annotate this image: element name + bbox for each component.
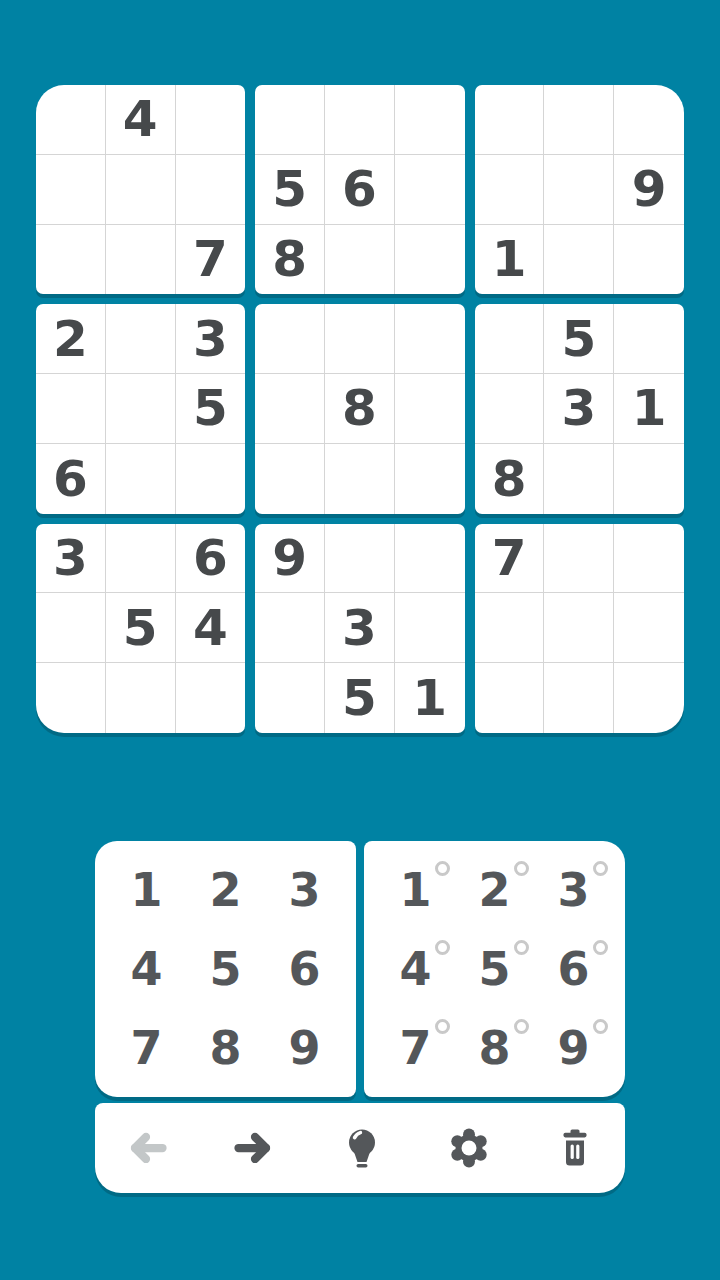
numpad-normal: 123456789: [95, 841, 356, 1097]
cell-r2c3[interactable]: [176, 155, 246, 225]
redo-button[interactable]: [230, 1126, 280, 1170]
cell-r6c4[interactable]: [255, 444, 325, 514]
cell-r4c5[interactable]: [325, 304, 395, 374]
box-2-1: 2356: [36, 304, 245, 513]
cell-r8c2[interactable]: 5: [106, 593, 176, 663]
numpad-4-button[interactable]: 4: [107, 930, 186, 1009]
cell-r6c3[interactable]: [176, 444, 246, 514]
arrow-left-icon: [121, 1126, 171, 1170]
cell-r5c6[interactable]: [395, 374, 465, 444]
cell-r4c1[interactable]: 2: [36, 304, 106, 374]
cell-r5c4[interactable]: [255, 374, 325, 444]
note-ring-icon: [435, 940, 450, 955]
cell-r2c4[interactable]: 5: [255, 155, 325, 225]
cell-r2c1[interactable]: [36, 155, 106, 225]
box-3-2: 9351: [255, 524, 464, 733]
cell-r9c6[interactable]: 1: [395, 663, 465, 733]
box-3-1: 3654: [36, 524, 245, 733]
cell-r3c2[interactable]: [106, 225, 176, 295]
cell-r8c7[interactable]: [475, 593, 545, 663]
numpad-6-button[interactable]: 6: [265, 930, 344, 1009]
cell-r9c9[interactable]: [614, 663, 684, 733]
box-2-3: 5318: [475, 304, 684, 513]
notepad-4-button[interactable]: 4: [376, 930, 455, 1009]
cell-r1c6[interactable]: [395, 85, 465, 155]
cell-r4c9[interactable]: [614, 304, 684, 374]
cell-r5c2[interactable]: [106, 374, 176, 444]
cell-r9c8[interactable]: [544, 663, 614, 733]
cell-r6c6[interactable]: [395, 444, 465, 514]
cell-r3c5[interactable]: [325, 225, 395, 295]
cell-r3c6[interactable]: [395, 225, 465, 295]
cell-r5c7[interactable]: [475, 374, 545, 444]
numpad-1-button[interactable]: 1: [107, 851, 186, 930]
toolbar: [95, 1103, 625, 1193]
cell-r1c2[interactable]: 4: [106, 85, 176, 155]
numpad-5-button[interactable]: 5: [186, 930, 265, 1009]
cell-r4c8[interactable]: 5: [544, 304, 614, 374]
cell-r2c9[interactable]: 9: [614, 155, 684, 225]
box-1-3: 91: [475, 85, 684, 294]
notepad-7-button[interactable]: 7: [376, 1008, 455, 1087]
lightbulb-icon: [338, 1124, 386, 1172]
numpad-9-button[interactable]: 9: [265, 1008, 344, 1087]
box-1-1: 47: [36, 85, 245, 294]
undo-button[interactable]: [121, 1126, 171, 1170]
cell-r3c4[interactable]: 8: [255, 225, 325, 295]
cell-r6c5[interactable]: [325, 444, 395, 514]
cell-r2c6[interactable]: [395, 155, 465, 225]
cell-r1c7[interactable]: [475, 85, 545, 155]
delete-button[interactable]: [551, 1124, 599, 1172]
cell-r3c1[interactable]: [36, 225, 106, 295]
note-ring-icon: [514, 1019, 529, 1034]
notepad-6-button[interactable]: 6: [534, 930, 613, 1009]
cell-r4c6[interactable]: [395, 304, 465, 374]
note-ring-icon: [593, 1019, 608, 1034]
note-ring-icon: [514, 861, 529, 876]
cell-r7c6[interactable]: [395, 524, 465, 594]
cell-r9c5[interactable]: 5: [325, 663, 395, 733]
cell-r7c5[interactable]: [325, 524, 395, 594]
cell-r8c8[interactable]: [544, 593, 614, 663]
notepad-5-button[interactable]: 5: [455, 930, 534, 1009]
cell-r8c5[interactable]: 3: [325, 593, 395, 663]
cell-r8c1[interactable]: [36, 593, 106, 663]
cell-r7c4[interactable]: 9: [255, 524, 325, 594]
cell-r9c1[interactable]: [36, 663, 106, 733]
cell-r7c9[interactable]: [614, 524, 684, 594]
cell-r5c5[interactable]: 8: [325, 374, 395, 444]
notepad-3-button[interactable]: 3: [534, 851, 613, 930]
gear-icon: [445, 1124, 493, 1172]
cell-r8c3[interactable]: 4: [176, 593, 246, 663]
cell-r5c8[interactable]: 3: [544, 374, 614, 444]
note-ring-icon: [435, 861, 450, 876]
cell-r6c2[interactable]: [106, 444, 176, 514]
box-3-3: 7: [475, 524, 684, 733]
cell-r8c6[interactable]: [395, 593, 465, 663]
sudoku-board: 4756891235685318365493517: [36, 85, 684, 733]
box-2-2: 8: [255, 304, 464, 513]
cell-r9c7[interactable]: [475, 663, 545, 733]
settings-button[interactable]: [445, 1124, 493, 1172]
cell-r1c1[interactable]: [36, 85, 106, 155]
cell-r2c8[interactable]: [544, 155, 614, 225]
numpad-8-button[interactable]: 8: [186, 1008, 265, 1087]
cell-r7c3[interactable]: 6: [176, 524, 246, 594]
cell-r7c1[interactable]: 3: [36, 524, 106, 594]
cell-r1c8[interactable]: [544, 85, 614, 155]
number-pads: 123456789 123456789: [95, 841, 625, 1097]
cell-r8c9[interactable]: [614, 593, 684, 663]
notepad-8-button[interactable]: 8: [455, 1008, 534, 1087]
cell-r1c9[interactable]: [614, 85, 684, 155]
notepad-2-button[interactable]: 2: [455, 851, 534, 930]
hint-button[interactable]: [338, 1124, 386, 1172]
numpad-notes: 123456789: [364, 841, 625, 1097]
cell-r5c3[interactable]: 5: [176, 374, 246, 444]
cell-r2c5[interactable]: 6: [325, 155, 395, 225]
note-ring-icon: [435, 1019, 450, 1034]
cell-r3c3[interactable]: 7: [176, 225, 246, 295]
cell-r6c9[interactable]: [614, 444, 684, 514]
cell-r9c3[interactable]: [176, 663, 246, 733]
cell-r9c2[interactable]: [106, 663, 176, 733]
cell-r2c2[interactable]: [106, 155, 176, 225]
cell-r7c2[interactable]: [106, 524, 176, 594]
numpad-2-button[interactable]: 2: [186, 851, 265, 930]
notepad-9-button[interactable]: 9: [534, 1008, 613, 1087]
cell-r6c1[interactable]: 6: [36, 444, 106, 514]
cell-r4c2[interactable]: [106, 304, 176, 374]
cell-r8c4[interactable]: [255, 593, 325, 663]
cell-r5c9[interactable]: 1: [614, 374, 684, 444]
numpad-3-button[interactable]: 3: [265, 851, 344, 930]
notepad-1-button[interactable]: 1: [376, 851, 455, 930]
cell-r3c7[interactable]: 1: [475, 225, 545, 295]
cell-r3c9[interactable]: [614, 225, 684, 295]
cell-r4c3[interactable]: 3: [176, 304, 246, 374]
cell-r7c8[interactable]: [544, 524, 614, 594]
cell-r1c4[interactable]: [255, 85, 325, 155]
note-ring-icon: [593, 940, 608, 955]
cell-r7c7[interactable]: 7: [475, 524, 545, 594]
cell-r2c7[interactable]: [475, 155, 545, 225]
box-1-2: 568: [255, 85, 464, 294]
cell-r6c8[interactable]: [544, 444, 614, 514]
cell-r1c5[interactable]: [325, 85, 395, 155]
numpad-7-button[interactable]: 7: [107, 1008, 186, 1087]
cell-r3c8[interactable]: [544, 225, 614, 295]
cell-r6c7[interactable]: 8: [475, 444, 545, 514]
cell-r1c3[interactable]: [176, 85, 246, 155]
cell-r4c4[interactable]: [255, 304, 325, 374]
trash-icon: [551, 1124, 599, 1172]
note-ring-icon: [514, 940, 529, 955]
cell-r9c4[interactable]: [255, 663, 325, 733]
cell-r5c1[interactable]: [36, 374, 106, 444]
cell-r4c7[interactable]: [475, 304, 545, 374]
arrow-right-icon: [230, 1126, 280, 1170]
note-ring-icon: [593, 861, 608, 876]
